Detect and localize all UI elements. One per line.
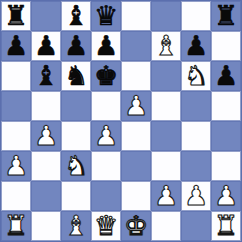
- square-h4[interactable]: [211, 121, 241, 151]
- black-pawn-b7-piece[interactable]: ♟: [34, 32, 58, 59]
- square-b8[interactable]: [31, 1, 61, 31]
- black-pawn-c7-piece[interactable]: ♟: [64, 32, 88, 59]
- square-d4[interactable]: ♟: [91, 121, 121, 151]
- white-knight-g6-piece[interactable]: ♞: [184, 62, 208, 89]
- square-b6[interactable]: ♝: [31, 61, 61, 91]
- square-e6[interactable]: [121, 61, 151, 91]
- black-bishop-c8-piece[interactable]: ♝: [64, 2, 88, 29]
- square-g2[interactable]: ♟: [181, 181, 211, 211]
- square-c6[interactable]: ♞: [61, 61, 91, 91]
- square-g4[interactable]: [181, 121, 211, 151]
- square-g7[interactable]: ♟: [181, 31, 211, 61]
- white-pawn-e5-piece[interactable]: ♟: [124, 92, 148, 119]
- square-a6[interactable]: [1, 61, 31, 91]
- square-g6[interactable]: ♞: [181, 61, 211, 91]
- square-e7[interactable]: [121, 31, 151, 61]
- chess-board: ♜♝♛♜♟♟♟♟♝♟♝♞♚♞♟♟♟♟♟♞♟♟♟♜♝♛♚♜: [0, 0, 242, 242]
- square-d3[interactable]: [91, 151, 121, 181]
- square-f3[interactable]: [151, 151, 181, 181]
- square-g5[interactable]: [181, 91, 211, 121]
- square-e1[interactable]: ♚: [121, 211, 151, 241]
- square-h8[interactable]: ♜: [211, 1, 241, 31]
- square-d6[interactable]: ♚: [91, 61, 121, 91]
- black-rook-a8-piece[interactable]: ♜: [4, 2, 28, 29]
- white-king-e1-piece[interactable]: ♚: [124, 212, 148, 239]
- white-bishop-c1-piece[interactable]: ♝: [64, 212, 88, 239]
- square-a2[interactable]: [1, 181, 31, 211]
- square-c5[interactable]: [61, 91, 91, 121]
- square-b2[interactable]: [31, 181, 61, 211]
- square-f1[interactable]: [151, 211, 181, 241]
- black-king-d6-piece[interactable]: ♚: [94, 62, 118, 89]
- black-rook-h8-piece[interactable]: ♜: [214, 2, 238, 29]
- square-g8[interactable]: [181, 1, 211, 31]
- chess-board-container: ♜♝♛♜♟♟♟♟♝♟♝♞♚♞♟♟♟♟♟♞♟♟♟♜♝♛♚♜: [0, 0, 242, 242]
- square-a5[interactable]: [1, 91, 31, 121]
- square-a7[interactable]: ♟: [1, 31, 31, 61]
- white-pawn-b4-piece[interactable]: ♟: [34, 122, 58, 149]
- square-f7[interactable]: ♝: [151, 31, 181, 61]
- square-a3[interactable]: ♟: [1, 151, 31, 181]
- square-a1[interactable]: ♜: [1, 211, 31, 241]
- square-e5[interactable]: ♟: [121, 91, 151, 121]
- square-b5[interactable]: [31, 91, 61, 121]
- black-pawn-g7-piece[interactable]: ♟: [184, 32, 208, 59]
- white-pawn-h2-piece[interactable]: ♟: [214, 182, 238, 209]
- black-knight-c6-piece[interactable]: ♞: [64, 62, 88, 89]
- square-c8[interactable]: ♝: [61, 1, 91, 31]
- square-c1[interactable]: ♝: [61, 211, 91, 241]
- square-a4[interactable]: [1, 121, 31, 151]
- white-pawn-a3-piece[interactable]: ♟: [4, 152, 28, 179]
- square-b1[interactable]: [31, 211, 61, 241]
- square-h7[interactable]: [211, 31, 241, 61]
- square-b7[interactable]: ♟: [31, 31, 61, 61]
- square-c3[interactable]: ♞: [61, 151, 91, 181]
- square-h3[interactable]: [211, 151, 241, 181]
- white-bishop-f7-piece[interactable]: ♝: [154, 32, 178, 59]
- white-rook-a1-piece[interactable]: ♜: [4, 212, 28, 239]
- square-c7[interactable]: ♟: [61, 31, 91, 61]
- black-bishop-b6-piece[interactable]: ♝: [34, 62, 58, 89]
- square-b4[interactable]: ♟: [31, 121, 61, 151]
- square-e4[interactable]: [121, 121, 151, 151]
- white-knight-c3-piece[interactable]: ♞: [64, 152, 88, 179]
- square-d8[interactable]: ♛: [91, 1, 121, 31]
- white-rook-h1-piece[interactable]: ♜: [214, 212, 238, 239]
- white-pawn-g2-piece[interactable]: ♟: [184, 182, 208, 209]
- square-f6[interactable]: [151, 61, 181, 91]
- square-e8[interactable]: [121, 1, 151, 31]
- square-e3[interactable]: [121, 151, 151, 181]
- white-pawn-f2-piece[interactable]: ♟: [154, 182, 178, 209]
- black-pawn-d7-piece[interactable]: ♟: [94, 32, 118, 59]
- square-d1[interactable]: ♛: [91, 211, 121, 241]
- square-f5[interactable]: [151, 91, 181, 121]
- square-c2[interactable]: [61, 181, 91, 211]
- square-e2[interactable]: [121, 181, 151, 211]
- black-pawn-h6-piece[interactable]: ♟: [214, 62, 238, 89]
- square-c4[interactable]: [61, 121, 91, 151]
- square-h6[interactable]: ♟: [211, 61, 241, 91]
- square-b3[interactable]: [31, 151, 61, 181]
- square-h2[interactable]: ♟: [211, 181, 241, 211]
- square-h1[interactable]: ♜: [211, 211, 241, 241]
- square-a8[interactable]: ♜: [1, 1, 31, 31]
- square-f4[interactable]: [151, 121, 181, 151]
- black-pawn-a7-piece[interactable]: ♟: [4, 32, 28, 59]
- square-d2[interactable]: [91, 181, 121, 211]
- square-g3[interactable]: [181, 151, 211, 181]
- black-queen-d8-piece[interactable]: ♛: [94, 2, 118, 29]
- square-d7[interactable]: ♟: [91, 31, 121, 61]
- white-queen-d1-piece[interactable]: ♛: [94, 212, 118, 239]
- square-g1[interactable]: [181, 211, 211, 241]
- square-f8[interactable]: [151, 1, 181, 31]
- square-d5[interactable]: [91, 91, 121, 121]
- white-pawn-d4-piece[interactable]: ♟: [94, 122, 118, 149]
- square-h5[interactable]: [211, 91, 241, 121]
- square-f2[interactable]: ♟: [151, 181, 181, 211]
